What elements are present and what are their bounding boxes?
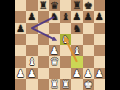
- square-a2[interactable]: ♟: [15, 68, 26, 79]
- black-pawn-h7[interactable]: ♟: [94, 11, 105, 22]
- white-pawn-h2[interactable]: ♟: [94, 68, 105, 79]
- square-d6[interactable]: [49, 23, 60, 34]
- white-rook-d1[interactable]: ♜: [49, 79, 60, 90]
- square-a4[interactable]: [15, 45, 26, 56]
- square-f5[interactable]: [71, 34, 82, 45]
- square-a1[interactable]: [15, 79, 26, 90]
- square-a8[interactable]: [15, 0, 26, 11]
- square-g6[interactable]: [83, 23, 94, 34]
- black-pawn-b7[interactable]: ♟: [26, 11, 37, 22]
- square-d4[interactable]: ♟: [49, 45, 60, 56]
- square-f3[interactable]: [71, 56, 82, 67]
- square-b5[interactable]: [26, 34, 37, 45]
- black-bishop-e7[interactable]: ♝: [60, 11, 71, 22]
- square-a5[interactable]: [15, 34, 26, 45]
- black-pawn-g7[interactable]: ♟: [83, 11, 94, 22]
- square-h4[interactable]: [94, 45, 105, 56]
- square-e6[interactable]: [60, 23, 71, 34]
- video-frame: ♜♛♜♚♟♞♝♟♟♟♟♞♞♟♝♝♛♟♟♟♟♟♜♜♚: [0, 0, 120, 90]
- white-rook-e1[interactable]: ♜: [60, 79, 71, 90]
- square-d2[interactable]: [49, 68, 60, 79]
- square-e5[interactable]: ♞: [60, 34, 71, 45]
- square-a6[interactable]: ♟: [15, 23, 26, 34]
- black-pawn-a6[interactable]: ♟: [15, 23, 26, 34]
- square-g7[interactable]: ♟: [83, 11, 94, 22]
- square-e7[interactable]: ♝: [60, 11, 71, 22]
- square-f4[interactable]: ♝: [71, 45, 82, 56]
- square-e3[interactable]: [60, 56, 71, 67]
- square-b7[interactable]: ♟: [26, 11, 37, 22]
- square-g2[interactable]: ♟: [83, 68, 94, 79]
- square-d8[interactable]: ♛: [49, 0, 60, 11]
- square-c7[interactable]: [38, 11, 49, 22]
- square-f6[interactable]: ♞: [71, 23, 82, 34]
- square-b1[interactable]: [26, 79, 37, 90]
- white-pawn-d4[interactable]: ♟: [49, 45, 60, 56]
- white-pawn-a2[interactable]: ♟: [15, 68, 26, 79]
- square-h8[interactable]: [94, 0, 105, 11]
- square-f8[interactable]: ♜: [71, 0, 82, 11]
- letterbox-right: [105, 0, 120, 90]
- white-pawn-g2[interactable]: ♟: [83, 68, 94, 79]
- square-b6[interactable]: [26, 23, 37, 34]
- white-pawn-f2[interactable]: ♟: [71, 68, 82, 79]
- square-h6[interactable]: [94, 23, 105, 34]
- white-bishop-f4[interactable]: ♝: [71, 45, 82, 56]
- square-a7[interactable]: [15, 11, 26, 22]
- black-rook-c8[interactable]: ♜: [38, 0, 49, 11]
- white-king-g1[interactable]: ♚: [83, 79, 94, 90]
- letterbox-left: [0, 0, 15, 90]
- white-pawn-b2[interactable]: ♟: [26, 68, 37, 79]
- square-c6[interactable]: [38, 23, 49, 34]
- square-e4[interactable]: [60, 45, 71, 56]
- square-g1[interactable]: ♚: [83, 79, 94, 90]
- square-a3[interactable]: [15, 56, 26, 67]
- square-f1[interactable]: [71, 79, 82, 90]
- black-rook-f8[interactable]: ♜: [71, 0, 82, 11]
- square-d1[interactable]: ♜: [49, 79, 60, 90]
- square-c8[interactable]: ♜: [38, 0, 49, 11]
- square-e2[interactable]: [60, 68, 71, 79]
- square-b4[interactable]: [26, 45, 37, 56]
- square-e1[interactable]: ♜: [60, 79, 71, 90]
- white-bishop-b3[interactable]: ♝: [26, 56, 37, 67]
- square-f7[interactable]: ♟: [71, 11, 82, 22]
- square-f2[interactable]: ♟: [71, 68, 82, 79]
- square-c4[interactable]: [38, 45, 49, 56]
- black-pawn-f7[interactable]: ♟: [71, 11, 82, 22]
- square-c5[interactable]: [38, 34, 49, 45]
- square-d5[interactable]: [49, 34, 60, 45]
- square-g4[interactable]: [83, 45, 94, 56]
- black-knight-d7[interactable]: ♞: [49, 11, 60, 22]
- square-h1[interactable]: [94, 79, 105, 90]
- black-king-g8[interactable]: ♚: [83, 0, 94, 11]
- square-e8[interactable]: [60, 0, 71, 11]
- square-b8[interactable]: [26, 0, 37, 11]
- square-d3[interactable]: ♛: [49, 56, 60, 67]
- square-b3[interactable]: ♝: [26, 56, 37, 67]
- square-b2[interactable]: ♟: [26, 68, 37, 79]
- black-queen-d8[interactable]: ♛: [49, 0, 60, 11]
- square-g5[interactable]: [83, 34, 94, 45]
- square-d7[interactable]: ♞: [49, 11, 60, 22]
- square-g8[interactable]: ♚: [83, 0, 94, 11]
- square-h2[interactable]: ♟: [94, 68, 105, 79]
- square-h7[interactable]: ♟: [94, 11, 105, 22]
- square-c2[interactable]: [38, 68, 49, 79]
- square-g3[interactable]: [83, 56, 94, 67]
- white-knight-e5[interactable]: ♞: [60, 34, 71, 45]
- black-knight-f6[interactable]: ♞: [71, 23, 82, 34]
- square-c3[interactable]: [38, 56, 49, 67]
- square-h3[interactable]: [94, 56, 105, 67]
- white-queen-d3[interactable]: ♛: [49, 56, 60, 67]
- chess-board[interactable]: ♜♛♜♚♟♞♝♟♟♟♟♞♞♟♝♝♛♟♟♟♟♟♜♜♚: [15, 0, 105, 90]
- square-h5[interactable]: [94, 34, 105, 45]
- square-c1[interactable]: [38, 79, 49, 90]
